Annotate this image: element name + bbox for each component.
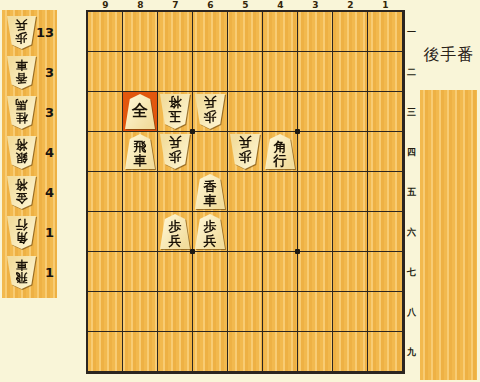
piece-kanji: 歩兵 <box>169 214 182 247</box>
rank-labels: 一二三四五六七八九 <box>405 12 418 372</box>
piece-face: 歩兵 <box>7 16 36 49</box>
piece-face: 桂馬 <box>7 96 36 129</box>
file-labels: 987654321 <box>88 0 403 10</box>
gote-hand-tray: 歩兵13香車3桂馬3銀将4金将4角行1飛車1 <box>2 10 57 298</box>
piece-face: 飛車 <box>7 256 36 289</box>
shogi-piece-bishop[interactable]: 角行 <box>265 134 295 169</box>
piece-face: 歩兵 <box>230 134 260 169</box>
piece-kanji: 角行 <box>16 219 28 249</box>
shogi-piece-pawn[interactable]: 歩兵 <box>7 16 36 49</box>
file-label-6: 6 <box>193 0 228 10</box>
file-label-9: 9 <box>88 0 123 10</box>
piece-face: 全 <box>125 94 155 129</box>
piece-face: 銀将 <box>7 136 36 169</box>
file-label-3: 3 <box>298 0 333 10</box>
hand-slot-rook: 飛車1 <box>2 252 57 292</box>
piece-face: 歩兵 <box>160 214 190 249</box>
star-point <box>190 129 195 134</box>
piece-kanji: 歩兵 <box>16 19 28 49</box>
hand-count-gold: 4 <box>36 185 57 200</box>
shogi-piece-knight[interactable]: 桂馬 <box>7 96 36 129</box>
hand-slot-gold: 金将4 <box>2 172 57 212</box>
hand-count-rook: 1 <box>36 265 57 280</box>
sente-hand-tray <box>420 90 477 380</box>
shogi-diagram: 歩兵13香車3桂馬3銀将4金将4角行1飛車1 987654321 全玉将歩兵飛車… <box>0 0 480 382</box>
shogi-piece-bishop[interactable]: 角行 <box>7 216 36 249</box>
rank-label-1: 一 <box>405 12 418 52</box>
rank-label-5: 五 <box>405 172 418 212</box>
piece-face: 香車 <box>195 174 225 209</box>
shogi-piece-rook[interactable]: 飛車 <box>125 134 155 169</box>
hand-slot-pawn: 歩兵13 <box>2 12 57 52</box>
piece-kanji: 銀将 <box>16 139 28 169</box>
piece-kanji: 飛車 <box>134 134 147 167</box>
piece-face: 歩兵 <box>195 214 225 249</box>
rank-label-6: 六 <box>405 212 418 252</box>
hand-count-lance: 3 <box>36 65 57 80</box>
rank-label-9: 九 <box>405 332 418 372</box>
rank-label-2: 二 <box>405 52 418 92</box>
file-label-7: 7 <box>158 0 193 10</box>
piece-kanji: 香車 <box>16 59 28 89</box>
piece-kanji: 歩兵 <box>204 96 217 129</box>
piece-face: 歩兵 <box>160 134 190 169</box>
shogi-piece-rook[interactable]: 飛車 <box>7 256 36 289</box>
piece-face: 角行 <box>7 216 36 249</box>
shogi-piece-pawn[interactable]: 歩兵 <box>195 94 225 129</box>
hand-count-silver: 4 <box>36 145 57 160</box>
piece-kanji: 桂馬 <box>16 99 28 129</box>
file-label-4: 4 <box>263 0 298 10</box>
piece-kanji: 歩兵 <box>204 214 217 247</box>
turn-indicator: 後手番 <box>419 45 479 66</box>
piece-kanji: 歩兵 <box>169 136 182 169</box>
shogi-piece-pawn[interactable]: 歩兵 <box>160 134 190 169</box>
shogi-piece-pawn[interactable]: 歩兵 <box>160 214 190 249</box>
shogi-piece-gold[interactable]: 金将 <box>7 176 36 209</box>
star-point <box>190 249 195 254</box>
rank-label-3: 三 <box>405 92 418 132</box>
piece-kanji: 角行 <box>274 134 287 167</box>
shogi-piece-lance[interactable]: 香車 <box>7 56 36 89</box>
piece-kanji: 飛車 <box>16 259 28 289</box>
piece-face: 金将 <box>7 176 36 209</box>
shogi-board[interactable]: 全玉将歩兵飛車歩兵歩兵角行香車歩兵歩兵 <box>86 10 405 374</box>
piece-kanji: 玉将 <box>169 96 182 129</box>
hand-slot-bishop: 角行1 <box>2 212 57 252</box>
rank-label-7: 七 <box>405 252 418 292</box>
piece-face: 飛車 <box>125 134 155 169</box>
piece-kanji: 全 <box>132 94 149 119</box>
piece-face: 歩兵 <box>195 94 225 129</box>
shogi-piece-king[interactable]: 玉将 <box>160 94 190 129</box>
file-label-5: 5 <box>228 0 263 10</box>
file-label-1: 1 <box>368 0 403 10</box>
hand-count-bishop: 1 <box>36 225 57 240</box>
shogi-piece-pawn[interactable]: 歩兵 <box>195 214 225 249</box>
hand-slot-silver: 銀将4 <box>2 132 57 172</box>
shogi-piece-pawn[interactable]: 歩兵 <box>230 134 260 169</box>
rank-label-8: 八 <box>405 292 418 332</box>
star-point <box>295 249 300 254</box>
piece-kanji: 歩兵 <box>239 136 252 169</box>
hand-count-knight: 3 <box>36 105 57 120</box>
hand-slot-knight: 桂馬3 <box>2 92 57 132</box>
hand-count-pawn: 13 <box>36 25 57 40</box>
file-label-8: 8 <box>123 0 158 10</box>
star-point <box>295 129 300 134</box>
hand-slot-lance: 香車3 <box>2 52 57 92</box>
shogi-piece-lance[interactable]: 香車 <box>195 174 225 209</box>
piece-face: 玉将 <box>160 94 190 129</box>
piece-face: 角行 <box>265 134 295 169</box>
piece-kanji: 香車 <box>204 174 217 207</box>
shogi-piece-promoted-silver[interactable]: 全 <box>125 94 155 129</box>
file-label-2: 2 <box>333 0 368 10</box>
rank-label-4: 四 <box>405 132 418 172</box>
shogi-piece-silver[interactable]: 銀将 <box>7 136 36 169</box>
piece-kanji: 金将 <box>16 179 28 209</box>
piece-face: 香車 <box>7 56 36 89</box>
